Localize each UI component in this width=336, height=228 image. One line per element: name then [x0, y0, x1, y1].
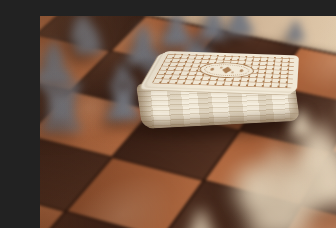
- card-back-pattern: [152, 53, 295, 88]
- deck-emblem-icon: [197, 61, 256, 79]
- chess-piece-gray-pawn: ♟: [284, 18, 307, 44]
- photo-scene: ♟♜♞♝♟♛♟♞♟♟♟ ♟♟♞♚♝♟: [40, 16, 336, 228]
- deck-top-card: [145, 51, 299, 92]
